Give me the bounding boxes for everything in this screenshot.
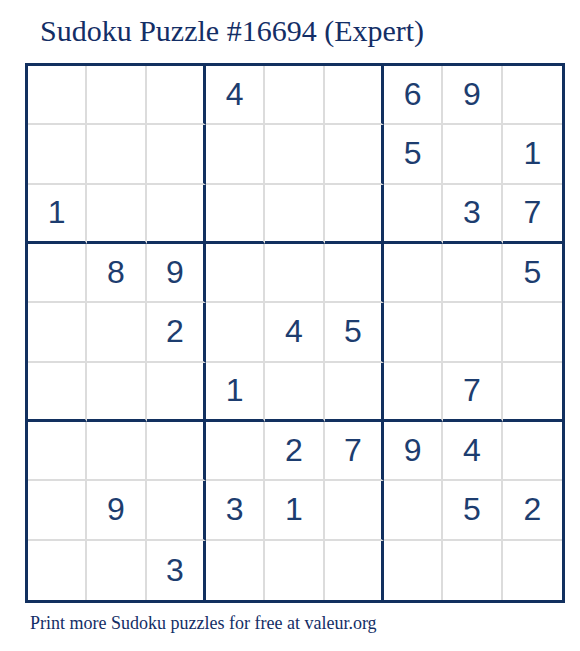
cell-r9c3: 3	[147, 541, 206, 600]
cell-r8c2: 9	[87, 481, 146, 540]
cell-r3c2	[87, 185, 146, 244]
cell-r4c3: 9	[147, 244, 206, 303]
cell-r6c4: 1	[206, 363, 265, 422]
cell-r7c3	[147, 422, 206, 481]
cell-r8c6	[325, 481, 384, 540]
cell-r8c4: 3	[206, 481, 265, 540]
cell-r4c7	[384, 244, 443, 303]
cell-r8c8: 5	[443, 481, 502, 540]
cell-r8c1	[28, 481, 87, 540]
cell-r5c9	[503, 303, 562, 362]
cell-r7c9	[503, 422, 562, 481]
cell-r1c4: 4	[206, 66, 265, 125]
cell-r3c7	[384, 185, 443, 244]
cell-r5c4	[206, 303, 265, 362]
cell-r3c9: 7	[503, 185, 562, 244]
cell-r6c1	[28, 363, 87, 422]
cell-r6c2	[87, 363, 146, 422]
cell-r4c2: 8	[87, 244, 146, 303]
cell-r7c7: 9	[384, 422, 443, 481]
cell-r4c1	[28, 244, 87, 303]
footer-text: Print more Sudoku puzzles for free at va…	[30, 613, 377, 634]
cell-r9c2	[87, 541, 146, 600]
cell-r3c5	[265, 185, 324, 244]
cell-r6c8: 7	[443, 363, 502, 422]
cell-r2c4	[206, 125, 265, 184]
cell-r8c5: 1	[265, 481, 324, 540]
cell-r3c6	[325, 185, 384, 244]
cell-r5c3: 2	[147, 303, 206, 362]
cell-r5c7	[384, 303, 443, 362]
cell-r9c6	[325, 541, 384, 600]
cell-r3c3	[147, 185, 206, 244]
cell-r4c8	[443, 244, 502, 303]
cell-r1c2	[87, 66, 146, 125]
cell-r3c1: 1	[28, 185, 87, 244]
cell-r5c2	[87, 303, 146, 362]
cell-r1c3	[147, 66, 206, 125]
cell-r8c9: 2	[503, 481, 562, 540]
cell-r6c7	[384, 363, 443, 422]
cell-r1c8: 9	[443, 66, 502, 125]
cell-r2c8	[443, 125, 502, 184]
cell-r5c5: 4	[265, 303, 324, 362]
cell-r4c5	[265, 244, 324, 303]
cell-r6c5	[265, 363, 324, 422]
cell-r4c6	[325, 244, 384, 303]
cell-r7c1	[28, 422, 87, 481]
cell-r2c9: 1	[503, 125, 562, 184]
cell-r6c9	[503, 363, 562, 422]
cell-r2c7: 5	[384, 125, 443, 184]
cell-r9c4	[206, 541, 265, 600]
cell-r5c6: 5	[325, 303, 384, 362]
cell-r2c2	[87, 125, 146, 184]
cell-r9c9	[503, 541, 562, 600]
page-title: Sudoku Puzzle #16694 (Expert)	[40, 14, 424, 48]
cell-r7c5: 2	[265, 422, 324, 481]
cell-r5c1	[28, 303, 87, 362]
cell-r9c1	[28, 541, 87, 600]
cell-r4c4	[206, 244, 265, 303]
cell-r7c4	[206, 422, 265, 481]
cell-r1c7: 6	[384, 66, 443, 125]
cell-r5c8	[443, 303, 502, 362]
cell-r4c9: 5	[503, 244, 562, 303]
cell-r6c3	[147, 363, 206, 422]
cell-r7c6: 7	[325, 422, 384, 481]
cell-r1c9	[503, 66, 562, 125]
cell-r2c6	[325, 125, 384, 184]
cell-r9c8	[443, 541, 502, 600]
cell-r2c1	[28, 125, 87, 184]
cell-r1c6	[325, 66, 384, 125]
cell-r2c5	[265, 125, 324, 184]
cell-r3c8: 3	[443, 185, 502, 244]
cell-r8c3	[147, 481, 206, 540]
cell-r8c7	[384, 481, 443, 540]
cell-r9c5	[265, 541, 324, 600]
cell-r7c8: 4	[443, 422, 502, 481]
cell-r6c6	[325, 363, 384, 422]
cell-r1c1	[28, 66, 87, 125]
cell-r1c5	[265, 66, 324, 125]
cell-r7c2	[87, 422, 146, 481]
sudoku-board: 46951137895245172794931523	[25, 63, 565, 603]
page: Sudoku Puzzle #16694 (Expert) 4695113789…	[0, 0, 580, 651]
cell-r3c4	[206, 185, 265, 244]
cell-r9c7	[384, 541, 443, 600]
cell-r2c3	[147, 125, 206, 184]
